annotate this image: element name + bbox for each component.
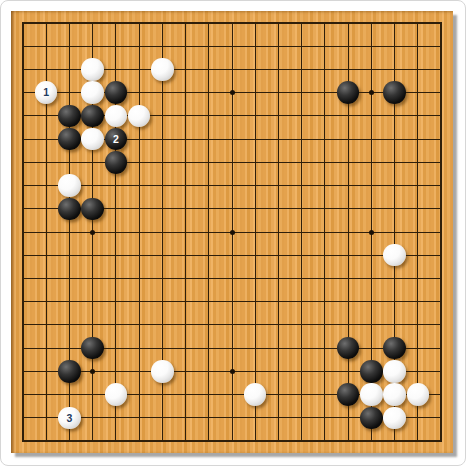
black-stone-p16[interactable]: ● [337, 81, 360, 104]
white-stone-glyph: ○ [162, 69, 163, 70]
white-stone-r9[interactable]: ○ [383, 244, 406, 267]
black-stone-e16[interactable]: ● [105, 81, 128, 104]
star-point [369, 90, 374, 95]
black-stone-glyph: ● [115, 92, 116, 93]
black-stone-glyph: ● [371, 417, 372, 418]
white-stone-l3[interactable]: ○ [244, 383, 267, 406]
white-stone-glyph: ○ [394, 394, 395, 395]
white-stone-d16[interactable]: ○ [81, 81, 104, 104]
black-stone-glyph: ● [394, 348, 395, 349]
black-stone-q4[interactable]: ● [360, 360, 383, 383]
move-number-label: 3 [67, 413, 73, 424]
black-stone-glyph: ● [348, 348, 349, 349]
white-stone-glyph: ○ [162, 371, 163, 372]
move-number-label: 2 [113, 134, 119, 145]
star-point [230, 90, 235, 95]
board-frame: ○○○1○●●●●●○○●○●2●○●●○●●●●○●○○○●○○○○3●○ [0, 0, 466, 466]
star-point [369, 230, 374, 235]
black-stone-glyph: ● [394, 92, 395, 93]
black-stone-c11[interactable]: ● [58, 198, 81, 221]
black-stone-r16[interactable]: ● [383, 81, 406, 104]
star-point [90, 369, 95, 374]
black-stone-glyph: ● [348, 92, 349, 93]
black-stone-c15[interactable]: ● [58, 105, 81, 128]
go-board[interactable]: ○○○1○●●●●●○○●○●2●○●●○●●●●○●○○○●○○○○3●○ [11, 11, 453, 453]
white-stone-q3[interactable]: ○ [360, 383, 383, 406]
white-stone-d17[interactable]: ○ [81, 58, 104, 81]
white-stone-s3[interactable]: ○ [407, 383, 430, 406]
black-stone-glyph: ● [69, 115, 70, 116]
white-stone-g4[interactable]: ○ [151, 360, 174, 383]
black-stone-glyph: ● [92, 348, 93, 349]
star-point [230, 369, 235, 374]
white-stone-e3[interactable]: ○ [105, 383, 128, 406]
white-stone-e15[interactable]: ○ [105, 105, 128, 128]
black-stone-c14[interactable]: ● [58, 128, 81, 151]
white-stone-glyph: ○ [371, 394, 372, 395]
black-stone-d15[interactable]: ● [81, 105, 104, 128]
white-stone-glyph: ○ [255, 394, 256, 395]
white-stone-glyph: ○ [115, 115, 116, 116]
black-stone-q2[interactable]: ● [360, 407, 383, 430]
black-stone-r5[interactable]: ● [383, 337, 406, 360]
star-point [90, 230, 95, 235]
black-stone-glyph: ● [69, 139, 70, 140]
black-stone-glyph: ● [92, 115, 93, 116]
white-stone-glyph: ○ [417, 394, 418, 395]
white-stone-r3[interactable]: ○ [383, 383, 406, 406]
black-stone-e13[interactable]: ● [105, 151, 128, 174]
black-stone-glyph: ● [69, 371, 70, 372]
white-stone-g17[interactable]: ○ [151, 58, 174, 81]
white-stone-c12[interactable]: ○ [58, 174, 81, 197]
white-stone-c2[interactable]: ○3 [58, 407, 81, 430]
white-stone-glyph: ○ [394, 417, 395, 418]
white-stone-glyph: ○ [139, 115, 140, 116]
black-stone-d5[interactable]: ● [81, 337, 104, 360]
white-stone-glyph: ○ [69, 185, 70, 186]
white-stone-r2[interactable]: ○ [383, 407, 406, 430]
black-stone-glyph: ● [69, 208, 70, 209]
white-stone-glyph: ○ [115, 394, 116, 395]
black-stone-glyph: ● [92, 208, 93, 209]
white-stone-d14[interactable]: ○ [81, 128, 104, 151]
black-stone-glyph: ● [115, 162, 116, 163]
white-stone-r4[interactable]: ○ [383, 360, 406, 383]
black-stone-glyph: ● [371, 371, 372, 372]
white-stone-glyph: ○ [92, 69, 93, 70]
white-stone-glyph: ○ [92, 92, 93, 93]
white-stone-glyph: ○ [92, 139, 93, 140]
black-stone-c4[interactable]: ● [58, 360, 81, 383]
star-point [230, 230, 235, 235]
black-stone-d11[interactable]: ● [81, 198, 104, 221]
move-number-label: 1 [43, 87, 49, 98]
black-stone-p3[interactable]: ● [337, 383, 360, 406]
white-stone-glyph: ○ [394, 371, 395, 372]
white-stone-glyph: ○ [394, 255, 395, 256]
black-stone-glyph: ● [348, 394, 349, 395]
